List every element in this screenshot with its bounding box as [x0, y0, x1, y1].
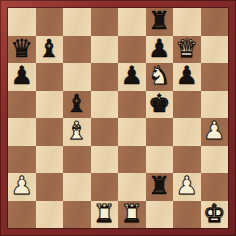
black-rook-f2: ♜ — [148, 173, 170, 198]
square-b5[interactable] — [36, 91, 64, 119]
square-h2[interactable] — [201, 173, 229, 201]
black-pawn-g6: ♟ — [176, 63, 198, 88]
square-c8[interactable] — [63, 8, 91, 36]
square-g1[interactable] — [173, 201, 201, 229]
square-g6[interactable]: ♟ — [173, 63, 201, 91]
square-d3[interactable] — [91, 146, 119, 174]
square-h8[interactable] — [201, 8, 229, 36]
square-e8[interactable] — [118, 8, 146, 36]
square-b7[interactable]: ♝ — [36, 36, 64, 64]
white-rook-e1: ♜ — [121, 201, 143, 226]
square-b3[interactable] — [36, 146, 64, 174]
black-pawn-e6: ♟ — [121, 63, 143, 88]
board-frame: ♜♛♝♟♛♟♟♞♟♝♚♝♟♟♜♟♜♜♚ — [0, 0, 236, 236]
square-e6[interactable]: ♟ — [118, 63, 146, 91]
white-rook-d1: ♜ — [93, 201, 115, 226]
white-pawn-a2: ♟ — [11, 173, 33, 198]
square-a7[interactable]: ♛ — [8, 36, 36, 64]
square-b1[interactable] — [36, 201, 64, 229]
square-f4[interactable] — [146, 118, 174, 146]
square-f2[interactable]: ♜ — [146, 173, 174, 201]
chess-board: ♜♛♝♟♛♟♟♞♟♝♚♝♟♟♜♟♜♜♚ — [8, 8, 228, 228]
square-c7[interactable] — [63, 36, 91, 64]
square-d2[interactable] — [91, 173, 119, 201]
square-f6[interactable]: ♞ — [146, 63, 174, 91]
square-e2[interactable] — [118, 173, 146, 201]
square-h6[interactable] — [201, 63, 229, 91]
square-a1[interactable] — [8, 201, 36, 229]
square-g7[interactable]: ♛ — [173, 36, 201, 64]
black-pawn-a6: ♟ — [11, 63, 33, 88]
square-f3[interactable] — [146, 146, 174, 174]
black-bishop-c5: ♝ — [66, 91, 88, 116]
square-a8[interactable] — [8, 8, 36, 36]
square-e7[interactable] — [118, 36, 146, 64]
white-knight-f6: ♞ — [148, 63, 170, 88]
square-h5[interactable] — [201, 91, 229, 119]
square-h1[interactable]: ♚ — [201, 201, 229, 229]
square-f5[interactable]: ♚ — [146, 91, 174, 119]
square-h7[interactable] — [201, 36, 229, 64]
white-king-h1: ♚ — [203, 201, 225, 226]
square-g4[interactable] — [173, 118, 201, 146]
square-g5[interactable] — [173, 91, 201, 119]
square-g8[interactable] — [173, 8, 201, 36]
square-d6[interactable] — [91, 63, 119, 91]
square-c4[interactable]: ♝ — [63, 118, 91, 146]
white-bishop-c4: ♝ — [66, 118, 88, 143]
square-a5[interactable] — [8, 91, 36, 119]
square-a4[interactable] — [8, 118, 36, 146]
black-pawn-f7: ♟ — [148, 36, 170, 61]
square-c5[interactable]: ♝ — [63, 91, 91, 119]
square-b6[interactable] — [36, 63, 64, 91]
square-b8[interactable] — [36, 8, 64, 36]
white-pawn-g2: ♟ — [176, 173, 198, 198]
square-c2[interactable] — [63, 173, 91, 201]
square-f7[interactable]: ♟ — [146, 36, 174, 64]
square-e4[interactable] — [118, 118, 146, 146]
square-f1[interactable] — [146, 201, 174, 229]
square-h4[interactable]: ♟ — [201, 118, 229, 146]
black-rook-f8: ♜ — [148, 8, 170, 33]
square-d7[interactable] — [91, 36, 119, 64]
black-king-f5: ♚ — [148, 91, 170, 116]
square-d5[interactable] — [91, 91, 119, 119]
square-a3[interactable] — [8, 146, 36, 174]
square-d8[interactable] — [91, 8, 119, 36]
square-g3[interactable] — [173, 146, 201, 174]
square-e3[interactable] — [118, 146, 146, 174]
square-b4[interactable] — [36, 118, 64, 146]
square-a6[interactable]: ♟ — [8, 63, 36, 91]
square-e1[interactable]: ♜ — [118, 201, 146, 229]
square-c3[interactable] — [63, 146, 91, 174]
square-a2[interactable]: ♟ — [8, 173, 36, 201]
square-d1[interactable]: ♜ — [91, 201, 119, 229]
square-d4[interactable] — [91, 118, 119, 146]
white-pawn-h4: ♟ — [203, 118, 225, 143]
square-h3[interactable] — [201, 146, 229, 174]
square-e5[interactable] — [118, 91, 146, 119]
square-c1[interactable] — [63, 201, 91, 229]
black-queen-a7: ♛ — [11, 36, 33, 61]
white-queen-g7: ♛ — [176, 36, 198, 61]
square-f8[interactable]: ♜ — [146, 8, 174, 36]
square-g2[interactable]: ♟ — [173, 173, 201, 201]
square-b2[interactable] — [36, 173, 64, 201]
black-bishop-b7: ♝ — [38, 36, 60, 61]
square-c6[interactable] — [63, 63, 91, 91]
